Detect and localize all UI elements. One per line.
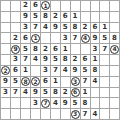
cell-r8c2[interactable]: 5 bbox=[11, 77, 20, 87]
cell-r3c4[interactable]: 7 bbox=[31, 23, 40, 33]
digit: 7 bbox=[53, 67, 58, 74]
digit: 2 bbox=[73, 56, 78, 63]
digit: 5 bbox=[83, 67, 88, 74]
cell-r7c12[interactable] bbox=[110, 66, 119, 76]
circled-digit: 9 bbox=[11, 45, 20, 54]
digit: 5 bbox=[102, 34, 107, 41]
digit: 3 bbox=[33, 99, 38, 106]
cell-r6c12[interactable] bbox=[110, 55, 119, 65]
cell-r5c12[interactable]: 4 bbox=[110, 44, 119, 54]
digit: 9 bbox=[73, 67, 78, 74]
cell-r8c11[interactable] bbox=[100, 77, 109, 87]
digit: 4 bbox=[53, 99, 58, 106]
cell-r8c1[interactable]: 9 bbox=[1, 77, 10, 87]
digit: 2 bbox=[83, 24, 88, 31]
cell-r11c11[interactable] bbox=[100, 109, 109, 119]
digit: 3 bbox=[92, 45, 97, 52]
digit: 4 bbox=[92, 110, 97, 117]
cell-r8c10[interactable]: 4 bbox=[91, 77, 100, 87]
digit: 3 bbox=[13, 56, 18, 63]
digit: 5 bbox=[33, 13, 38, 20]
cell-r11c5[interactable] bbox=[41, 109, 50, 119]
digit: 4 bbox=[23, 88, 28, 95]
digit: 6 bbox=[63, 13, 68, 20]
cell-r5c4[interactable]: 8 bbox=[31, 44, 40, 54]
cell-r5c8[interactable] bbox=[71, 44, 80, 54]
cell-r2c6[interactable]: 2 bbox=[51, 12, 60, 22]
digit: 7 bbox=[102, 45, 107, 52]
cell-r7c4[interactable] bbox=[31, 66, 40, 76]
cell-r10c10[interactable] bbox=[91, 98, 100, 108]
digit: 4 bbox=[63, 67, 68, 74]
cell-r7c10[interactable]: 8 bbox=[91, 66, 100, 76]
digit: 9 bbox=[23, 13, 28, 20]
cell-r2c2[interactable] bbox=[11, 12, 20, 22]
cell-r3c1[interactable] bbox=[1, 23, 10, 33]
cell-r4c4[interactable]: 1 bbox=[31, 33, 40, 43]
cell-r3c6[interactable]: 9 bbox=[51, 23, 60, 33]
cell-r6c4[interactable]: 4 bbox=[31, 55, 40, 65]
cell-r4c11[interactable]: 5 bbox=[100, 33, 109, 43]
cell-r8c3[interactable]: 8 bbox=[21, 77, 30, 87]
digit: 8 bbox=[33, 45, 38, 52]
cell-r11c4[interactable] bbox=[31, 109, 40, 119]
cell-r11c8[interactable]: 3 bbox=[71, 109, 80, 119]
cell-r6c5[interactable]: 9 bbox=[41, 55, 50, 65]
cell-r7c7[interactable]: 4 bbox=[61, 66, 70, 76]
cell-r4c8[interactable]: 7 bbox=[71, 33, 80, 43]
cell-r3c9[interactable]: 2 bbox=[81, 23, 90, 33]
cell-r1c6[interactable] bbox=[51, 1, 60, 11]
digit: 3 bbox=[63, 34, 68, 41]
digit: 7 bbox=[83, 78, 88, 85]
cell-r8c8[interactable]: 3 bbox=[71, 77, 80, 87]
cell-r3c7[interactable]: 5 bbox=[61, 23, 70, 33]
cell-r1c4[interactable]: 6 bbox=[31, 1, 40, 11]
cell-r1c11[interactable] bbox=[100, 1, 109, 11]
digit: 2 bbox=[53, 13, 58, 20]
cell-r1c5[interactable]: 1 bbox=[41, 1, 50, 11]
cell-r4c5[interactable] bbox=[41, 33, 50, 43]
cell-r2c8[interactable]: 1 bbox=[71, 12, 80, 22]
cell-r9c3[interactable]: 4 bbox=[21, 88, 30, 98]
cell-r6c9[interactable]: 6 bbox=[81, 55, 90, 65]
digit: 7 bbox=[33, 24, 38, 31]
cell-r3c11[interactable]: 1 bbox=[100, 23, 109, 33]
digit: 1 bbox=[53, 78, 58, 85]
circled-digit: 4 bbox=[110, 45, 119, 54]
cell-r10c9[interactable]: 8 bbox=[81, 98, 90, 108]
digit: 8 bbox=[43, 13, 48, 20]
digit: 8 bbox=[73, 24, 78, 31]
cell-r11c12[interactable] bbox=[110, 109, 119, 119]
cell-r9c10[interactable] bbox=[91, 88, 100, 98]
cell-r9c6[interactable]: 8 bbox=[51, 88, 60, 98]
cell-r11c3[interactable] bbox=[21, 109, 30, 119]
cell-r11c2[interactable] bbox=[11, 109, 20, 119]
cell-r11c1[interactable] bbox=[1, 109, 10, 119]
digit: 1 bbox=[23, 67, 28, 74]
cell-r3c5[interactable]: 4 bbox=[41, 23, 50, 33]
cell-r7c3[interactable]: 1 bbox=[21, 66, 30, 76]
digit: 8 bbox=[53, 88, 58, 95]
digit: 6 bbox=[43, 78, 48, 85]
cell-r10c12[interactable] bbox=[110, 98, 119, 108]
digit: 7 bbox=[83, 110, 88, 117]
cell-r7c1[interactable]: 2 bbox=[1, 66, 10, 76]
cell-r9c2[interactable]: 7 bbox=[11, 88, 20, 98]
cell-r1c8[interactable] bbox=[71, 1, 80, 11]
digit: 5 bbox=[23, 45, 28, 52]
cell-r5c2[interactable]: 9 bbox=[11, 44, 20, 54]
digit: 6 bbox=[83, 56, 88, 63]
cell-r2c11[interactable] bbox=[100, 12, 109, 22]
digit: 2 bbox=[43, 45, 48, 52]
cell-r10c1[interactable] bbox=[1, 98, 10, 108]
digit: 4 bbox=[33, 56, 38, 63]
cell-r11c9[interactable]: 7 bbox=[81, 109, 90, 119]
cell-r5c9[interactable] bbox=[81, 44, 90, 54]
cell-r10c6[interactable]: 4 bbox=[51, 98, 60, 108]
cell-r1c3[interactable]: 2 bbox=[21, 1, 30, 11]
circled-digit: 8 bbox=[21, 77, 30, 86]
cell-r5c5[interactable]: 2 bbox=[41, 44, 50, 54]
cell-r2c12[interactable] bbox=[110, 12, 119, 22]
cell-r2c1[interactable] bbox=[1, 12, 10, 22]
circled-digit: 1 bbox=[41, 1, 50, 10]
digit: 7 bbox=[73, 34, 78, 41]
cell-r8c9[interactable]: 7 bbox=[81, 77, 90, 87]
digit: 6 bbox=[33, 2, 38, 9]
cell-r8c7[interactable] bbox=[61, 77, 70, 87]
cell-r9c7[interactable]: 2 bbox=[61, 88, 70, 98]
cell-r3c2[interactable] bbox=[11, 23, 20, 33]
cell-r9c5[interactable]: 5 bbox=[41, 88, 50, 98]
cell-r6c7[interactable]: 8 bbox=[61, 55, 70, 65]
cell-r4c12[interactable]: 8 bbox=[110, 33, 119, 43]
cell-r8c12[interactable] bbox=[110, 77, 119, 87]
cell-r3c10[interactable]: 6 bbox=[91, 23, 100, 33]
circled-digit: 3 bbox=[71, 110, 80, 119]
digit: 5 bbox=[53, 56, 58, 63]
cell-r9c8[interactable]: 6 bbox=[71, 88, 80, 98]
digit: 2 bbox=[23, 2, 28, 9]
cell-r4c3[interactable]: 6 bbox=[21, 33, 30, 43]
digit: 1 bbox=[73, 13, 78, 20]
cell-r6c8[interactable]: 2 bbox=[71, 55, 80, 65]
cell-r1c12[interactable] bbox=[110, 1, 119, 11]
cell-r4c9[interactable]: 4 bbox=[81, 33, 90, 43]
digit: 2 bbox=[63, 88, 68, 95]
cell-r10c11[interactable] bbox=[100, 98, 109, 108]
cell-r5c10[interactable]: 3 bbox=[91, 44, 100, 54]
digit: 9 bbox=[63, 99, 68, 106]
cell-r2c10[interactable] bbox=[91, 12, 100, 22]
cell-r2c4[interactable]: 5 bbox=[31, 12, 40, 22]
digit: 1 bbox=[92, 56, 97, 63]
cell-r6c6[interactable]: 5 bbox=[51, 55, 60, 65]
cell-r6c11[interactable] bbox=[100, 55, 109, 65]
digit: 5 bbox=[43, 88, 48, 95]
cell-r10c3[interactable] bbox=[21, 98, 30, 108]
digit: 9 bbox=[92, 34, 97, 41]
cell-r3c12[interactable] bbox=[110, 23, 119, 33]
circled-digit: 2 bbox=[1, 66, 10, 75]
circled-digit: 6 bbox=[71, 88, 80, 97]
cell-r10c7[interactable]: 9 bbox=[61, 98, 70, 108]
cell-r6c2[interactable]: 3 bbox=[11, 55, 20, 65]
circled-digit: 2 bbox=[31, 77, 40, 86]
digit: 8 bbox=[112, 34, 117, 41]
digit: 1 bbox=[83, 88, 88, 95]
cell-r6c1[interactable] bbox=[1, 55, 10, 65]
digit: 8 bbox=[63, 56, 68, 63]
cell-r4c2[interactable]: 2 bbox=[11, 33, 20, 43]
cell-r7c6[interactable]: 7 bbox=[51, 66, 60, 76]
digit: 5 bbox=[13, 78, 18, 85]
cell-r2c3[interactable]: 9 bbox=[21, 12, 30, 22]
digit: 7 bbox=[23, 56, 28, 63]
cell-r3c3[interactable]: 3 bbox=[21, 23, 30, 33]
cell-r1c9[interactable] bbox=[81, 1, 90, 11]
cell-r9c4[interactable]: 9 bbox=[31, 88, 40, 98]
cell-r1c2[interactable] bbox=[11, 1, 20, 11]
digit: 6 bbox=[23, 34, 28, 41]
cell-r11c10[interactable]: 4 bbox=[91, 109, 100, 119]
digit: 9 bbox=[53, 24, 58, 31]
cell-r2c5[interactable]: 8 bbox=[41, 12, 50, 22]
digit: 8 bbox=[92, 67, 97, 74]
cell-r7c11[interactable] bbox=[100, 66, 109, 76]
cell-r9c12[interactable] bbox=[110, 88, 119, 98]
cell-r4c6[interactable] bbox=[51, 33, 60, 43]
digit: 2 bbox=[13, 34, 18, 41]
cell-r7c9[interactable]: 5 bbox=[81, 66, 90, 76]
cell-r10c8[interactable]: 5 bbox=[71, 98, 80, 108]
digit: 6 bbox=[53, 45, 58, 52]
cell-r7c8[interactable]: 9 bbox=[71, 66, 80, 76]
cell-r4c1[interactable] bbox=[1, 33, 10, 43]
cell-r11c7[interactable] bbox=[61, 109, 70, 119]
digit: 1 bbox=[102, 24, 107, 31]
cell-r5c11[interactable]: 7 bbox=[100, 44, 109, 54]
digit: 8 bbox=[83, 99, 88, 106]
cell-r1c7[interactable] bbox=[61, 1, 70, 11]
circled-digit: 1 bbox=[31, 34, 40, 43]
digit: 9 bbox=[3, 78, 8, 85]
cell-r11c6[interactable] bbox=[51, 109, 60, 119]
cell-r4c10[interactable]: 9 bbox=[91, 33, 100, 43]
cell-r5c1[interactable] bbox=[1, 44, 10, 54]
cell-r8c4[interactable]: 2 bbox=[31, 77, 40, 87]
cell-r8c5[interactable]: 6 bbox=[41, 77, 50, 87]
cell-r7c2[interactable]: 6 bbox=[11, 66, 20, 76]
digit: 5 bbox=[73, 99, 78, 106]
cell-r4c7[interactable]: 3 bbox=[61, 33, 70, 43]
cell-r9c9[interactable]: 1 bbox=[81, 88, 90, 98]
cell-r2c9[interactable] bbox=[81, 12, 90, 22]
cell-r1c10[interactable] bbox=[91, 1, 100, 11]
cell-r5c6[interactable]: 6 bbox=[51, 44, 60, 54]
digit: 5 bbox=[63, 24, 68, 31]
digit: 7 bbox=[13, 88, 18, 95]
cell-r1c1[interactable] bbox=[1, 1, 10, 11]
cell-r3c8[interactable]: 8 bbox=[71, 23, 80, 33]
cell-r6c10[interactable]: 1 bbox=[91, 55, 100, 65]
cell-r7c5[interactable]: 3 bbox=[41, 66, 50, 76]
cell-r5c3[interactable]: 5 bbox=[21, 44, 30, 54]
cell-r2c7[interactable]: 6 bbox=[61, 12, 70, 22]
digit: 4 bbox=[92, 78, 97, 85]
puzzle-grid: 2619582613749582612613749589582613743749… bbox=[0, 0, 120, 120]
cell-r10c2[interactable] bbox=[11, 98, 20, 108]
cell-r9c11[interactable] bbox=[100, 88, 109, 98]
cell-r9c1[interactable]: 3 bbox=[1, 88, 10, 98]
circled-digit: 7 bbox=[41, 99, 50, 108]
digit: 9 bbox=[43, 56, 48, 63]
digit: 6 bbox=[13, 67, 18, 74]
digit: 6 bbox=[92, 24, 97, 31]
cell-r10c4[interactable]: 3 bbox=[31, 98, 40, 108]
circled-digit: 4 bbox=[81, 34, 90, 43]
cell-r10c5[interactable]: 7 bbox=[41, 98, 50, 108]
digit: 9 bbox=[33, 88, 38, 95]
digit: 4 bbox=[43, 24, 48, 31]
digit: 3 bbox=[23, 24, 28, 31]
cell-r5c7[interactable]: 1 bbox=[61, 44, 70, 54]
digit: 3 bbox=[43, 67, 48, 74]
circled-digit: 3 bbox=[71, 77, 80, 86]
cell-r6c3[interactable]: 7 bbox=[21, 55, 30, 65]
digit: 1 bbox=[63, 45, 68, 52]
digit: 3 bbox=[3, 88, 8, 95]
cell-r8c6[interactable]: 1 bbox=[51, 77, 60, 87]
